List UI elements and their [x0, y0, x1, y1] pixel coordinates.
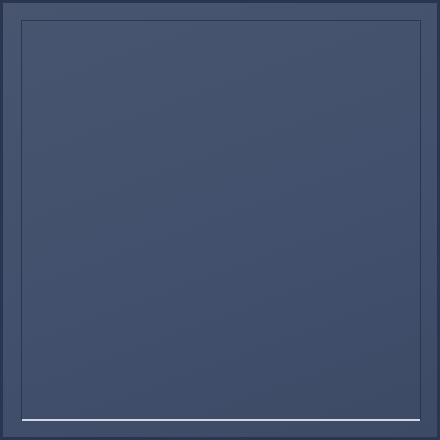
rank-labels: [0, 21, 22, 419]
file-labels: [22, 419, 420, 438]
chess-board-frame: [0, 0, 440, 440]
chess-board: [22, 21, 420, 419]
